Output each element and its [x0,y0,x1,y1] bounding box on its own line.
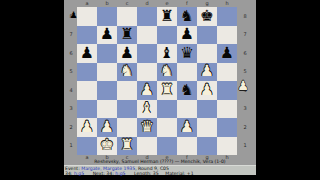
square-h1[interactable] [217,137,237,156]
piece-white-pawn[interactable]: ♟ [100,119,114,135]
file-label-h: h [217,1,237,6]
square-a3[interactable] [77,100,97,119]
square-b1[interactable]: ♚ [97,137,117,156]
move-status-line: 34: h:g5 Next: 34: h:g5 Length: 35 Mater… [65,171,255,176]
square-g1[interactable] [197,137,217,156]
square-a8[interactable] [77,7,97,26]
square-a5[interactable] [77,63,97,82]
square-f2[interactable]: ♟ [177,118,197,137]
square-f5[interactable] [177,63,197,82]
piece-white-rook[interactable]: ♜ [160,82,174,98]
square-f1[interactable] [177,137,197,156]
piece-black-king[interactable]: ♚ [200,8,214,24]
square-a4[interactable] [77,81,97,100]
piece-white-pawn[interactable]: ♟ [200,64,214,80]
file-label-a: a [77,1,97,6]
square-b8[interactable] [97,7,117,26]
piece-black-knight[interactable]: ♞ [180,8,194,24]
square-e7[interactable] [157,26,177,45]
square-b6[interactable] [97,44,117,63]
rank-label-2: 2 [240,118,250,137]
square-c2[interactable] [117,118,137,137]
square-e2[interactable] [157,118,177,137]
piece-white-pawn[interactable]: ♟ [80,119,94,135]
piece-white-pawn[interactable]: ♟ [140,82,154,98]
piece-white-knight[interactable]: ♞ [120,64,134,80]
rank-label-7: 7 [66,26,76,45]
rank-label-1: 1 [66,137,76,156]
piece-white-king[interactable]: ♚ [100,138,114,154]
square-c4[interactable] [117,81,137,100]
square-h3[interactable] [217,100,237,119]
piece-white-rook[interactable]: ♜ [120,138,134,154]
square-d5[interactable] [137,63,157,82]
rank-label-5: 5 [66,63,76,82]
square-d3[interactable]: ♝ [137,100,157,119]
piece-black-knight[interactable]: ♞ [180,82,194,98]
square-g3[interactable] [197,100,217,119]
square-e3[interactable] [157,100,177,119]
square-f4[interactable]: ♞ [177,81,197,100]
piece-black-pawn[interactable]: ♟ [180,27,194,43]
square-g2[interactable] [197,118,217,137]
square-d4[interactable]: ♟ [137,81,157,100]
move-number: 34: [65,171,72,176]
piece-white-pawn[interactable]: ♟ [180,119,194,135]
square-g7[interactable] [197,26,217,45]
square-g6[interactable] [197,44,217,63]
square-g8[interactable]: ♚ [197,7,217,26]
piece-black-pawn[interactable]: ♟ [220,45,234,61]
file-label-b: b [97,1,117,6]
square-h5[interactable] [217,63,237,82]
material-indicator-pawn-icon: ♟ [236,77,250,94]
rank-label-6: 6 [240,44,250,63]
square-c6[interactable]: ♟ [117,44,137,63]
square-e6[interactable]: ♝ [157,44,177,63]
game-length: Length: 35 [134,171,159,176]
file-label-c: c [117,1,137,6]
piece-white-bishop[interactable]: ♝ [140,101,154,117]
square-d7[interactable] [137,26,157,45]
square-b3[interactable] [97,100,117,119]
square-d1[interactable] [137,137,157,156]
status-panel: Event: Margate, Margate 1935, Round 9, C… [64,165,256,175]
piece-black-pawn[interactable]: ♟ [80,45,94,61]
square-c1[interactable]: ♜ [117,137,137,156]
square-a2[interactable]: ♟ [77,118,97,137]
material-balance: Material: +1 [165,171,193,176]
rank-label-3: 3 [66,100,76,119]
piece-black-rook[interactable]: ♜ [160,8,174,24]
rank-label-1: 1 [240,137,250,156]
square-c8[interactable] [117,7,137,26]
chess-board: ♜♞♚♟♜♟♟♟♝♛♟♞♞♟♟♜♞♟♝♟♟♛♟♚♜ [77,7,237,155]
square-h6[interactable]: ♟ [217,44,237,63]
square-a6[interactable]: ♟ [77,44,97,63]
rank-label-7: 7 [240,26,250,45]
square-h8[interactable] [217,7,237,26]
rank-label-2: 2 [66,118,76,137]
square-f6[interactable]: ♛ [177,44,197,63]
square-c3[interactable] [117,100,137,119]
square-f3[interactable] [177,100,197,119]
square-f8[interactable]: ♞ [177,7,197,26]
square-e8[interactable]: ♜ [157,7,177,26]
last-move-link[interactable]: h:g5 [74,171,84,176]
square-b7[interactable]: ♟ [97,26,117,45]
chess-app-window: abcdefgh 87654321 ♟ ♜♞♚♟♜♟♟♟♝♛♟♞♞♟♟♜♞♟♝♟… [64,0,256,175]
rank-labels-left: 87654321 [66,7,76,155]
square-g4[interactable]: ♟ [197,81,217,100]
square-d6[interactable] [137,44,157,63]
square-e4[interactable]: ♜ [157,81,177,100]
square-f7[interactable]: ♟ [177,26,197,45]
square-h4[interactable] [217,81,237,100]
file-label-d: d [137,1,157,6]
square-c5[interactable]: ♞ [117,63,137,82]
square-d2[interactable]: ♛ [137,118,157,137]
square-e1[interactable] [157,137,177,156]
square-b5[interactable] [97,63,117,82]
next-move-label: Next: 34: [93,171,114,176]
piece-black-bishop[interactable]: ♝ [160,45,174,61]
square-c7[interactable]: ♜ [117,26,137,45]
piece-black-queen[interactable]: ♛ [180,45,194,61]
next-move-link[interactable]: h:g5 [115,171,125,176]
square-h7[interactable] [217,26,237,45]
square-b2[interactable]: ♟ [97,118,117,137]
piece-black-rook[interactable]: ♜ [120,27,134,43]
piece-white-pawn[interactable]: ♟ [200,82,214,98]
rank-label-4: 4 [66,81,76,100]
square-a1[interactable] [77,137,97,156]
rank-label-8: 8 [240,7,250,26]
piece-black-pawn[interactable]: ♟ [100,27,114,43]
video-frame: abcdefgh 87654321 ♟ ♜♞♚♟♜♟♟♟♝♛♟♞♞♟♟♜♞♟♝♟… [0,0,320,180]
square-a7[interactable] [77,26,97,45]
rank-label-3: 3 [240,100,250,119]
piece-black-pawn[interactable]: ♟ [120,45,134,61]
square-h2[interactable] [217,118,237,137]
piece-white-queen[interactable]: ♛ [140,119,154,135]
piece-white-knight[interactable]: ♞ [160,64,174,80]
square-g5[interactable]: ♟ [197,63,217,82]
square-b4[interactable] [97,81,117,100]
square-d8[interactable] [137,7,157,26]
rank-label-6: 6 [66,44,76,63]
square-e5[interactable]: ♞ [157,63,177,82]
